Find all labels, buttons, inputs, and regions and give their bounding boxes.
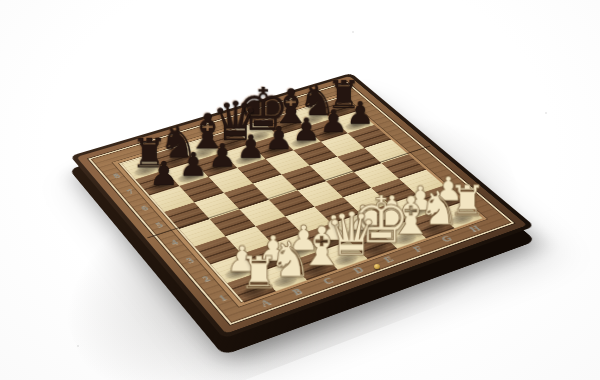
square-a6[interactable] — [150, 186, 195, 212]
chess-board: 87654321 ABCDEFGH ♜♞♝♛♚♝♞♜♟♟♟♟♟♟♟♟♟♟♟♟♟♟… — [70, 73, 535, 339]
black-pawn-piece[interactable]: ♟ — [264, 123, 293, 153]
perspective-stage: 87654321 ABCDEFGH ♜♞♝♛♚♝♞♜♟♟♟♟♟♟♟♟♟♟♟♟♟♟… — [0, 0, 600, 380]
white-rook-piece[interactable]: ♜ — [238, 252, 278, 295]
black-pawn-piece[interactable]: ♟ — [178, 149, 207, 180]
black-pawn-piece[interactable]: ♟ — [236, 132, 265, 163]
square-d4[interactable] — [269, 190, 315, 216]
black-pawn-piece[interactable]: ♟ — [149, 158, 179, 189]
brass-clasp-pin — [374, 264, 380, 269]
black-pawn-piece[interactable]: ♟ — [346, 98, 374, 128]
black-pawn-piece[interactable]: ♟ — [207, 140, 236, 171]
black-pawn-piece[interactable]: ♟ — [292, 115, 320, 145]
black-pawn-piece[interactable]: ♟ — [319, 106, 347, 136]
product-photo-scene: 87654321 ABCDEFGH ♜♞♝♛♚♝♞♜♟♟♟♟♟♟♟♟♟♟♟♟♟♟… — [0, 0, 600, 380]
board-frame: 87654321 ABCDEFGH ♜♞♝♛♚♝♞♜♟♟♟♟♟♟♟♟♟♟♟♟♟♟… — [88, 82, 514, 325]
